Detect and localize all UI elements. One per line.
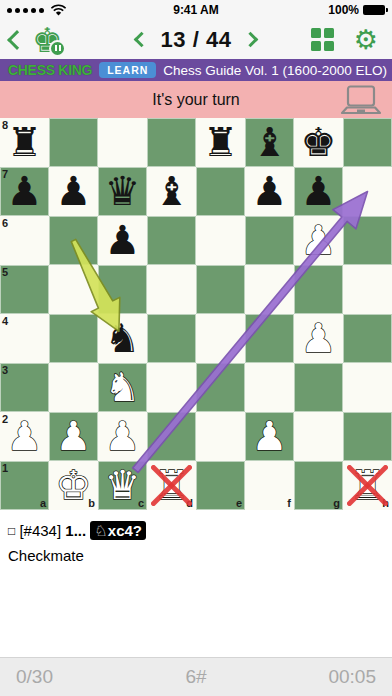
rank-label-4: 4 [2, 315, 8, 327]
result-line: Checkmate [8, 544, 384, 567]
square-d1[interactable]: d♜ [147, 461, 196, 510]
square-h5[interactable] [343, 265, 392, 314]
square-c2[interactable]: ♟ [98, 412, 147, 461]
square-b1[interactable]: b♚ [49, 461, 98, 510]
piece-black-bishop[interactable]: ♝ [147, 167, 196, 216]
piece-white-pawn[interactable]: ♟ [49, 412, 98, 461]
square-e5[interactable] [196, 265, 245, 314]
square-c6[interactable]: ♟ [98, 216, 147, 265]
puzzle-counter: 13 / 44 [161, 27, 232, 53]
square-b2[interactable]: ♟ [49, 412, 98, 461]
square-e8[interactable]: ♜ [196, 118, 245, 167]
piece-white-pawn[interactable]: ♟ [294, 216, 343, 265]
square-a5[interactable]: 5 [0, 265, 49, 314]
file-label-e: e [236, 497, 242, 509]
square-a6[interactable]: 6 [0, 216, 49, 265]
square-c4[interactable]: ♞ [98, 314, 147, 363]
rank-label-6: 6 [2, 217, 8, 229]
square-d3[interactable] [147, 363, 196, 412]
square-g2[interactable] [294, 412, 343, 461]
piece-black-bishop[interactable]: ♝ [245, 118, 294, 167]
rank-label-1: 1 [2, 462, 8, 474]
square-g4[interactable]: ♟ [294, 314, 343, 363]
square-a4[interactable]: 4 [0, 314, 49, 363]
square-b5[interactable] [49, 265, 98, 314]
square-d8[interactable] [147, 118, 196, 167]
move-prefix: 1... [65, 522, 86, 539]
square-c7[interactable]: ♛ [98, 167, 147, 216]
square-a8[interactable]: 8♜ [0, 118, 49, 167]
computer-move-icon[interactable] [338, 85, 384, 116]
square-b4[interactable] [49, 314, 98, 363]
square-b8[interactable] [49, 118, 98, 167]
piece-black-knight[interactable]: ♞ [98, 314, 147, 363]
square-g3[interactable] [294, 363, 343, 412]
puzzle-number: [#434] [19, 522, 61, 539]
square-a1[interactable]: 1a [0, 461, 49, 510]
square-a7[interactable]: 7♟ [0, 167, 49, 216]
piece-black-rook[interactable]: ♜ [196, 118, 245, 167]
turn-message: It's your turn [152, 91, 240, 109]
file-label-a: a [40, 497, 46, 509]
square-d4[interactable] [147, 314, 196, 363]
nav-bar: ♚ 13 / 44 ⚙ [0, 20, 392, 59]
rank-label-2: 2 [2, 413, 8, 425]
highlighted-move[interactable]: ♘xc4? [90, 521, 146, 540]
piece-black-pawn[interactable]: ♟ [245, 167, 294, 216]
square-c5[interactable] [98, 265, 147, 314]
status-bar: 9:41 AM 100% [0, 0, 392, 20]
white-to-move-indicator: □ [8, 524, 15, 538]
square-f5[interactable] [245, 265, 294, 314]
square-f7[interactable]: ♟ [245, 167, 294, 216]
square-e6[interactable] [196, 216, 245, 265]
rank-label-8: 8 [2, 119, 8, 131]
square-h1[interactable]: h♜ [343, 461, 392, 510]
square-h3[interactable] [343, 363, 392, 412]
square-f6[interactable] [245, 216, 294, 265]
app-name: CHESS KING [8, 62, 92, 78]
square-g7[interactable]: ♟ [294, 167, 343, 216]
square-f1[interactable]: f [245, 461, 294, 510]
piece-black-queen[interactable]: ♛ [98, 167, 147, 216]
square-b7[interactable]: ♟ [49, 167, 98, 216]
piece-black-pawn[interactable]: ♟ [49, 167, 98, 216]
battery-icon [363, 5, 385, 15]
square-d6[interactable] [147, 216, 196, 265]
square-c8[interactable] [98, 118, 147, 167]
square-c3[interactable]: ♞ [98, 363, 147, 412]
square-h7[interactable] [343, 167, 392, 216]
elapsed-timer: 00:05 [328, 666, 376, 688]
knight-move-icon: ♘ [94, 522, 107, 540]
settings-gear-button[interactable]: ⚙ [354, 26, 378, 53]
piece-black-pawn[interactable]: ♟ [98, 216, 147, 265]
rank-label-5: 5 [2, 266, 8, 278]
course-title: Chess Guide Vol. 1 (1600-2000 ELO) [163, 63, 387, 78]
piece-black-king[interactable]: ♚ [294, 118, 343, 167]
square-a2[interactable]: 2♟ [0, 412, 49, 461]
turn-banner: It's your turn [0, 81, 392, 118]
square-b6[interactable] [49, 216, 98, 265]
move-annotation-area: □ [#434] 1... ♘xc4? Checkmate [0, 510, 392, 657]
square-g8[interactable]: ♚ [294, 118, 343, 167]
square-d2[interactable] [147, 412, 196, 461]
footer-bar: 0/30 6# 00:05 [0, 657, 392, 696]
square-e2[interactable] [196, 412, 245, 461]
chess-board: 8♜♜♝♚7♟♟♛♝♟♟6♟♟54♞♟3♞2♟♟♟♟1ab♚c♛d♜efgh♜ [0, 118, 392, 510]
square-a3[interactable]: 3 [0, 363, 49, 412]
square-f3[interactable] [245, 363, 294, 412]
move-line: □ [#434] 1... ♘xc4? [8, 519, 384, 544]
square-g1[interactable]: g [294, 461, 343, 510]
square-h8[interactable] [343, 118, 392, 167]
square-e7[interactable] [196, 167, 245, 216]
square-g5[interactable] [294, 265, 343, 314]
square-g6[interactable]: ♟ [294, 216, 343, 265]
square-h2[interactable] [343, 412, 392, 461]
puzzle-list-grid-button[interactable] [311, 28, 334, 51]
file-label-g: g [333, 497, 340, 509]
square-d5[interactable] [147, 265, 196, 314]
previous-puzzle-button[interactable] [133, 32, 149, 48]
rank-label-3: 3 [2, 364, 8, 376]
next-puzzle-button[interactable] [243, 32, 259, 48]
square-h6[interactable] [343, 216, 392, 265]
piece-white-knight[interactable]: ♞ [98, 363, 147, 412]
square-d7[interactable]: ♝ [147, 167, 196, 216]
square-f2[interactable]: ♟ [245, 412, 294, 461]
square-f8[interactable]: ♝ [245, 118, 294, 167]
piece-white-pawn[interactable]: ♟ [98, 412, 147, 461]
square-e3[interactable] [196, 363, 245, 412]
piece-white-pawn[interactable]: ♟ [245, 412, 294, 461]
piece-white-pawn[interactable]: ♟ [294, 314, 343, 363]
square-c1[interactable]: c♛ [98, 461, 147, 510]
piece-black-pawn[interactable]: ♟ [294, 167, 343, 216]
file-label-b: b [88, 497, 95, 509]
file-label-d: d [186, 497, 193, 509]
square-b3[interactable] [49, 363, 98, 412]
battery-percent: 100% [328, 3, 359, 17]
square-h4[interactable] [343, 314, 392, 363]
square-e1[interactable]: e [196, 461, 245, 510]
square-f4[interactable] [245, 314, 294, 363]
square-e4[interactable] [196, 314, 245, 363]
rank-label-7: 7 [2, 168, 8, 180]
file-label-f: f [287, 497, 291, 509]
file-label-h: h [382, 497, 389, 509]
file-label-c: c [138, 497, 144, 509]
learn-badge: LEARN [99, 62, 156, 78]
brand-bar: CHESS KING LEARN Chess Guide Vol. 1 (160… [0, 59, 392, 81]
